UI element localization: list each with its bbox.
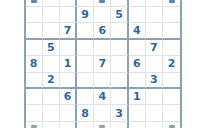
cell-r1c4[interactable] bbox=[77, 0, 94, 7]
cell-r5c8[interactable] bbox=[146, 56, 163, 72]
cell-r9c3[interactable] bbox=[60, 122, 77, 128]
cell-r5c7: 6 bbox=[129, 56, 146, 72]
given-digit: 2 bbox=[47, 74, 55, 85]
partial-digit-tip bbox=[31, 0, 37, 3]
cell-r2c2[interactable] bbox=[43, 7, 60, 23]
cell-r8c8[interactable] bbox=[146, 105, 163, 121]
cell-r2c1[interactable] bbox=[26, 7, 43, 23]
cell-r4c2: 5 bbox=[43, 40, 60, 56]
cell-r8c7[interactable] bbox=[129, 105, 146, 121]
cell-r4c3[interactable] bbox=[60, 40, 77, 56]
cell-r8c6: 3 bbox=[111, 105, 128, 121]
cell-r9c6[interactable] bbox=[111, 122, 128, 128]
cell-r6c4[interactable] bbox=[77, 73, 94, 89]
cell-r8c9[interactable] bbox=[163, 105, 180, 121]
given-digit: 8 bbox=[81, 108, 89, 119]
cell-r4c6[interactable] bbox=[111, 40, 128, 56]
given-digit: 3 bbox=[150, 74, 158, 85]
cell-r2c6: 5 bbox=[111, 7, 128, 23]
cell-r9c4[interactable] bbox=[77, 122, 94, 128]
cell-r3c9[interactable] bbox=[163, 23, 180, 39]
cell-r8c2[interactable] bbox=[43, 105, 60, 121]
cell-r6c6[interactable] bbox=[111, 73, 128, 89]
cell-r1c7[interactable] bbox=[129, 0, 146, 7]
cell-r9c5 bbox=[94, 122, 111, 128]
cell-r9c9 bbox=[163, 122, 180, 128]
partial-digit-tip bbox=[99, 125, 105, 128]
cell-r7c1[interactable] bbox=[26, 89, 43, 105]
partial-digit-tip bbox=[169, 125, 175, 128]
cell-r7c4[interactable] bbox=[77, 89, 94, 105]
given-digit: 6 bbox=[64, 91, 72, 102]
cell-r2c4: 9 bbox=[77, 7, 94, 23]
cell-r6c2: 2 bbox=[43, 73, 60, 89]
given-digit: 6 bbox=[133, 58, 141, 69]
cell-r3c7: 4 bbox=[129, 23, 146, 39]
cell-r9c8[interactable] bbox=[146, 122, 163, 128]
given-digit: 1 bbox=[64, 58, 72, 69]
given-digit: 1 bbox=[133, 91, 141, 102]
cell-r3c3: 7 bbox=[60, 23, 77, 39]
cell-r6c5[interactable] bbox=[94, 73, 111, 89]
cell-r2c8[interactable] bbox=[146, 7, 163, 23]
cell-r7c7: 1 bbox=[129, 89, 146, 105]
cell-r2c7[interactable] bbox=[129, 7, 146, 23]
cell-r6c3[interactable] bbox=[60, 73, 77, 89]
cell-r5c3: 1 bbox=[60, 56, 77, 72]
cell-r8c1[interactable] bbox=[26, 105, 43, 121]
given-digit: 5 bbox=[47, 42, 55, 53]
cell-r5c6[interactable] bbox=[111, 56, 128, 72]
given-digit: 8 bbox=[30, 58, 38, 69]
given-digit: 3 bbox=[115, 108, 123, 119]
cell-r4c1[interactable] bbox=[26, 40, 43, 56]
cell-r3c4[interactable] bbox=[77, 23, 94, 39]
cell-r1c8[interactable] bbox=[146, 0, 163, 7]
cell-r4c5[interactable] bbox=[94, 40, 111, 56]
cell-r7c8[interactable] bbox=[146, 89, 163, 105]
partial-digit-tip bbox=[99, 0, 105, 3]
given-digit: 4 bbox=[99, 91, 107, 102]
cell-r3c1[interactable] bbox=[26, 23, 43, 39]
cell-r7c3: 6 bbox=[60, 89, 77, 105]
cell-r8c5[interactable] bbox=[94, 105, 111, 121]
given-digit: 9 bbox=[81, 9, 89, 20]
cell-r4c9[interactable] bbox=[163, 40, 180, 56]
given-digit: 4 bbox=[133, 25, 141, 36]
given-digit: 7 bbox=[99, 58, 107, 69]
cell-r3c5: 6 bbox=[94, 23, 111, 39]
given-digit: 5 bbox=[115, 9, 123, 20]
cell-r7c5: 4 bbox=[94, 89, 111, 105]
given-digit: 7 bbox=[64, 25, 72, 36]
cell-r9c2[interactable] bbox=[43, 122, 60, 128]
cell-r5c9: 2 bbox=[163, 56, 180, 72]
cell-r5c1: 8 bbox=[26, 56, 43, 72]
given-digit: 6 bbox=[99, 25, 107, 36]
cell-r3c2[interactable] bbox=[43, 23, 60, 39]
cell-r1c2[interactable] bbox=[43, 0, 60, 7]
cell-r1c9 bbox=[163, 0, 180, 7]
cell-r5c5: 7 bbox=[94, 56, 111, 72]
cell-r9c1 bbox=[26, 122, 43, 128]
cell-r7c9[interactable] bbox=[163, 89, 180, 105]
partial-digit-tip bbox=[169, 0, 175, 3]
cell-r1c5 bbox=[94, 0, 111, 7]
cell-r5c4[interactable] bbox=[77, 56, 94, 72]
cell-r8c4: 8 bbox=[77, 105, 94, 121]
cell-r1c3[interactable] bbox=[60, 0, 77, 7]
cell-r7c2[interactable] bbox=[43, 89, 60, 105]
partial-digit-tip bbox=[31, 125, 37, 128]
cell-r2c9[interactable] bbox=[163, 7, 180, 23]
cell-r4c7[interactable] bbox=[129, 40, 146, 56]
cell-r2c5[interactable] bbox=[94, 7, 111, 23]
cell-r6c9[interactable] bbox=[163, 73, 180, 89]
given-digit: 7 bbox=[150, 42, 158, 53]
cell-r8c3[interactable] bbox=[60, 105, 77, 121]
cell-r5c2[interactable] bbox=[43, 56, 60, 72]
cell-r3c6[interactable] bbox=[111, 23, 128, 39]
cell-r6c7[interactable] bbox=[129, 73, 146, 89]
cell-r9c7[interactable] bbox=[129, 122, 146, 128]
cell-r4c8: 7 bbox=[146, 40, 163, 56]
cell-r2c3[interactable] bbox=[60, 7, 77, 23]
cell-r1c1 bbox=[26, 0, 43, 7]
cell-r1c6[interactable] bbox=[111, 0, 128, 7]
cell-r3c8[interactable] bbox=[146, 23, 163, 39]
cell-r6c8: 3 bbox=[146, 73, 163, 89]
given-digit: 2 bbox=[168, 58, 176, 69]
cell-r6c1[interactable] bbox=[26, 73, 43, 89]
cell-r4c4[interactable] bbox=[77, 40, 94, 56]
cell-r7c6[interactable] bbox=[111, 89, 128, 105]
sudoku-board: 9576457817622364183 bbox=[24, 0, 183, 128]
